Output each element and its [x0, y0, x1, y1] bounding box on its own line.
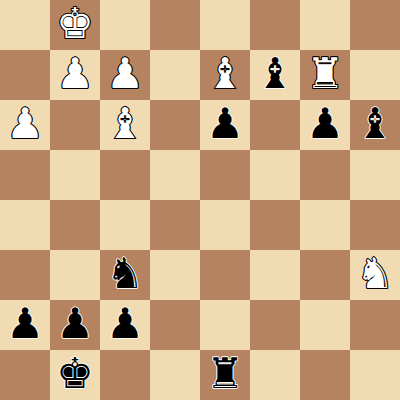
square-h8[interactable]: [350, 0, 400, 50]
square-b6[interactable]: [50, 100, 100, 150]
piece-white-rook[interactable]: ♜: [306, 53, 344, 95]
square-h1[interactable]: [350, 350, 400, 400]
square-b5[interactable]: [50, 150, 100, 200]
piece-white-king[interactable]: ♚: [56, 3, 94, 45]
square-a8[interactable]: [0, 0, 50, 50]
piece-black-pawn[interactable]: ♟: [306, 103, 344, 145]
square-d3[interactable]: [150, 250, 200, 300]
piece-black-knight[interactable]: ♞: [106, 253, 144, 295]
square-h4[interactable]: [350, 200, 400, 250]
square-g6[interactable]: ♟: [300, 100, 350, 150]
square-e3[interactable]: [200, 250, 250, 300]
square-e1[interactable]: ♜: [200, 350, 250, 400]
square-e2[interactable]: [200, 300, 250, 350]
square-h3[interactable]: ♞: [350, 250, 400, 300]
square-h2[interactable]: [350, 300, 400, 350]
piece-white-bishop[interactable]: ♝: [106, 103, 144, 145]
square-c8[interactable]: [100, 0, 150, 50]
square-a4[interactable]: [0, 200, 50, 250]
square-d6[interactable]: [150, 100, 200, 150]
chess-board: ♚♟♟♝♝♜♟♝♟♟♝♞♞♟♟♟♚♜: [0, 0, 400, 400]
square-d2[interactable]: [150, 300, 200, 350]
piece-black-rook[interactable]: ♜: [206, 353, 244, 395]
piece-black-king[interactable]: ♚: [56, 353, 94, 395]
square-f7[interactable]: ♝: [250, 50, 300, 100]
square-a3[interactable]: [0, 250, 50, 300]
square-a1[interactable]: [0, 350, 50, 400]
square-a6[interactable]: ♟: [0, 100, 50, 150]
piece-black-pawn[interactable]: ♟: [56, 303, 94, 345]
square-e4[interactable]: [200, 200, 250, 250]
piece-black-pawn[interactable]: ♟: [106, 303, 144, 345]
piece-white-pawn[interactable]: ♟: [6, 103, 44, 145]
square-b3[interactable]: [50, 250, 100, 300]
square-b1[interactable]: ♚: [50, 350, 100, 400]
square-g5[interactable]: [300, 150, 350, 200]
square-b7[interactable]: ♟: [50, 50, 100, 100]
square-g4[interactable]: [300, 200, 350, 250]
square-e6[interactable]: ♟: [200, 100, 250, 150]
square-f6[interactable]: [250, 100, 300, 150]
square-c1[interactable]: [100, 350, 150, 400]
square-c7[interactable]: ♟: [100, 50, 150, 100]
square-f1[interactable]: [250, 350, 300, 400]
square-c6[interactable]: ♝: [100, 100, 150, 150]
piece-black-bishop[interactable]: ♝: [256, 53, 294, 95]
square-e8[interactable]: [200, 0, 250, 50]
square-a5[interactable]: [0, 150, 50, 200]
square-h7[interactable]: [350, 50, 400, 100]
piece-black-pawn[interactable]: ♟: [6, 303, 44, 345]
square-f2[interactable]: [250, 300, 300, 350]
square-e7[interactable]: ♝: [200, 50, 250, 100]
square-b2[interactable]: ♟: [50, 300, 100, 350]
square-a7[interactable]: [0, 50, 50, 100]
piece-white-knight[interactable]: ♞: [356, 253, 394, 295]
square-h6[interactable]: ♝: [350, 100, 400, 150]
piece-black-bishop[interactable]: ♝: [356, 103, 394, 145]
square-g2[interactable]: [300, 300, 350, 350]
square-e5[interactable]: [200, 150, 250, 200]
square-b4[interactable]: [50, 200, 100, 250]
piece-black-pawn[interactable]: ♟: [206, 103, 244, 145]
square-c2[interactable]: ♟: [100, 300, 150, 350]
square-f5[interactable]: [250, 150, 300, 200]
square-c5[interactable]: [100, 150, 150, 200]
square-h5[interactable]: [350, 150, 400, 200]
square-a2[interactable]: ♟: [0, 300, 50, 350]
square-d5[interactable]: [150, 150, 200, 200]
square-b8[interactable]: ♚: [50, 0, 100, 50]
square-f3[interactable]: [250, 250, 300, 300]
square-d4[interactable]: [150, 200, 200, 250]
square-g7[interactable]: ♜: [300, 50, 350, 100]
square-d7[interactable]: [150, 50, 200, 100]
square-g3[interactable]: [300, 250, 350, 300]
square-c4[interactable]: [100, 200, 150, 250]
square-f8[interactable]: [250, 0, 300, 50]
square-f4[interactable]: [250, 200, 300, 250]
piece-white-pawn[interactable]: ♟: [56, 53, 94, 95]
piece-white-bishop[interactable]: ♝: [206, 53, 244, 95]
square-d1[interactable]: [150, 350, 200, 400]
square-g8[interactable]: [300, 0, 350, 50]
square-g1[interactable]: [300, 350, 350, 400]
square-c3[interactable]: ♞: [100, 250, 150, 300]
piece-white-pawn[interactable]: ♟: [106, 53, 144, 95]
square-d8[interactable]: [150, 0, 200, 50]
